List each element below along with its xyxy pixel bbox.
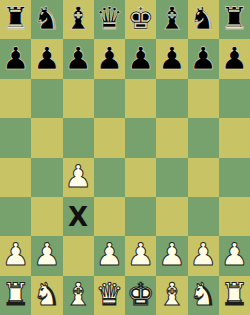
square-h3[interactable]: [219, 197, 250, 236]
square-c2[interactable]: [63, 236, 94, 275]
square-h4[interactable]: [219, 158, 250, 197]
square-b1[interactable]: ♞: [31, 276, 62, 315]
piece-black-pawn[interactable]: ♟: [189, 43, 217, 74]
piece-white-pawn[interactable]: ♟: [33, 239, 61, 270]
piece-black-rook[interactable]: ♜: [2, 3, 30, 34]
annotation-x-marker: X: [68, 204, 88, 230]
square-d4[interactable]: [94, 158, 125, 197]
square-c6[interactable]: [63, 79, 94, 118]
square-c5[interactable]: [63, 118, 94, 157]
piece-white-pawn[interactable]: ♟: [95, 239, 123, 270]
square-f1[interactable]: ♝: [156, 276, 187, 315]
square-g7[interactable]: ♟: [188, 39, 219, 78]
square-b8[interactable]: ♞: [31, 0, 62, 39]
square-d8[interactable]: ♛: [94, 0, 125, 39]
piece-black-pawn[interactable]: ♟: [33, 43, 61, 74]
square-h7[interactable]: ♟: [219, 39, 250, 78]
piece-black-pawn[interactable]: ♟: [127, 43, 155, 74]
piece-black-bishop[interactable]: ♝: [64, 3, 92, 34]
square-f5[interactable]: [156, 118, 187, 157]
piece-white-king[interactable]: ♚: [127, 279, 155, 310]
square-g1[interactable]: ♞: [188, 276, 219, 315]
square-c1[interactable]: ♝: [63, 276, 94, 315]
square-c8[interactable]: ♝: [63, 0, 94, 39]
square-f8[interactable]: ♝: [156, 0, 187, 39]
piece-black-king[interactable]: ♚: [127, 3, 155, 34]
square-a3[interactable]: [0, 197, 31, 236]
square-c3[interactable]: X: [63, 197, 94, 236]
square-d5[interactable]: [94, 118, 125, 157]
square-d6[interactable]: [94, 79, 125, 118]
square-a1[interactable]: ♜: [0, 276, 31, 315]
square-h2[interactable]: ♟: [219, 236, 250, 275]
square-a4[interactable]: [0, 158, 31, 197]
square-e3[interactable]: [125, 197, 156, 236]
square-h6[interactable]: [219, 79, 250, 118]
piece-black-pawn[interactable]: ♟: [158, 43, 186, 74]
square-b5[interactable]: [31, 118, 62, 157]
square-a8[interactable]: ♜: [0, 0, 31, 39]
piece-black-rook[interactable]: ♜: [220, 3, 248, 34]
piece-black-knight[interactable]: ♞: [189, 3, 217, 34]
square-h5[interactable]: [219, 118, 250, 157]
square-d3[interactable]: [94, 197, 125, 236]
square-g4[interactable]: [188, 158, 219, 197]
square-f2[interactable]: ♟: [156, 236, 187, 275]
square-f3[interactable]: [156, 197, 187, 236]
square-b2[interactable]: ♟: [31, 236, 62, 275]
square-f6[interactable]: [156, 79, 187, 118]
piece-white-pawn[interactable]: ♟: [64, 161, 92, 192]
square-g3[interactable]: [188, 197, 219, 236]
square-a7[interactable]: ♟: [0, 39, 31, 78]
square-d7[interactable]: ♟: [94, 39, 125, 78]
square-e1[interactable]: ♚: [125, 276, 156, 315]
piece-white-pawn[interactable]: ♟: [127, 239, 155, 270]
square-g5[interactable]: [188, 118, 219, 157]
square-d1[interactable]: ♛: [94, 276, 125, 315]
square-f7[interactable]: ♟: [156, 39, 187, 78]
square-c4[interactable]: ♟: [63, 158, 94, 197]
piece-white-rook[interactable]: ♜: [220, 279, 248, 310]
piece-white-queen[interactable]: ♛: [95, 279, 123, 310]
piece-black-knight[interactable]: ♞: [33, 3, 61, 34]
piece-black-pawn[interactable]: ♟: [95, 43, 123, 74]
square-g2[interactable]: ♟: [188, 236, 219, 275]
piece-white-pawn[interactable]: ♟: [158, 239, 186, 270]
piece-white-rook[interactable]: ♜: [2, 279, 30, 310]
piece-white-pawn[interactable]: ♟: [189, 239, 217, 270]
square-g8[interactable]: ♞: [188, 0, 219, 39]
square-b3[interactable]: [31, 197, 62, 236]
square-b4[interactable]: [31, 158, 62, 197]
square-h1[interactable]: ♜: [219, 276, 250, 315]
square-a6[interactable]: [0, 79, 31, 118]
square-h8[interactable]: ♜: [219, 0, 250, 39]
square-b6[interactable]: [31, 79, 62, 118]
piece-white-knight[interactable]: ♞: [189, 279, 217, 310]
square-e4[interactable]: [125, 158, 156, 197]
square-b7[interactable]: ♟: [31, 39, 62, 78]
chess-board: ♜♞♝♛♚♝♞♜♟♟♟♟♟♟♟♟♟X♟♟♟♟♟♟♟♜♞♝♛♚♝♞♜: [0, 0, 250, 315]
piece-white-knight[interactable]: ♞: [33, 279, 61, 310]
square-g6[interactable]: [188, 79, 219, 118]
piece-white-bishop[interactable]: ♝: [158, 279, 186, 310]
square-e6[interactable]: [125, 79, 156, 118]
piece-white-bishop[interactable]: ♝: [64, 279, 92, 310]
piece-black-pawn[interactable]: ♟: [64, 43, 92, 74]
square-a2[interactable]: ♟: [0, 236, 31, 275]
square-a5[interactable]: [0, 118, 31, 157]
piece-black-pawn[interactable]: ♟: [220, 43, 248, 74]
square-c7[interactable]: ♟: [63, 39, 94, 78]
piece-black-pawn[interactable]: ♟: [2, 43, 30, 74]
square-e5[interactable]: [125, 118, 156, 157]
piece-black-bishop[interactable]: ♝: [158, 3, 186, 34]
piece-white-pawn[interactable]: ♟: [2, 239, 30, 270]
square-e7[interactable]: ♟: [125, 39, 156, 78]
piece-white-pawn[interactable]: ♟: [220, 239, 248, 270]
square-d2[interactable]: ♟: [94, 236, 125, 275]
square-e8[interactable]: ♚: [125, 0, 156, 39]
piece-black-queen[interactable]: ♛: [95, 3, 123, 34]
square-f4[interactable]: [156, 158, 187, 197]
square-e2[interactable]: ♟: [125, 236, 156, 275]
